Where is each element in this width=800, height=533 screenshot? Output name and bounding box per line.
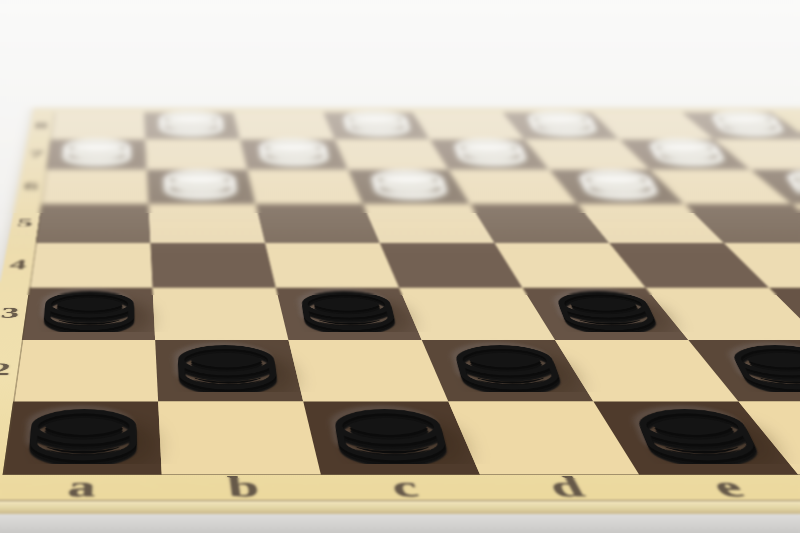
square-g4[interactable] (724, 243, 800, 288)
rank-label-1: 1 (0, 401, 13, 474)
rank-label-7: 7 (22, 139, 51, 169)
square-e3[interactable]: ⛂ (522, 288, 688, 340)
square-f6[interactable]: ⛂ (549, 170, 684, 204)
white-man-e7[interactable]: ⛂ (432, 123, 549, 173)
square-e5[interactable] (470, 204, 609, 243)
white-man-h6[interactable]: ⛂ (754, 153, 800, 208)
black-man-a1[interactable]: ⛂ (3, 379, 162, 480)
board-front-edge (0, 500, 800, 514)
square-d4[interactable] (380, 243, 523, 288)
board-perspective-wrapper: ⛂⛂⛂⛂⛂⛂⛂⛂⛂⛂⛂⛂⛂⛂⛂⛂⛂⛂⛂⛂⛂⛂⛂⛂ abcdefgh 876543… (0, 0, 800, 500)
depth-of-field-blur-mid (0, 213, 800, 295)
black-man-c1[interactable]: ⛂ (305, 379, 479, 480)
black-man-a3[interactable]: ⛂ (22, 268, 155, 345)
rank-label-6: 6 (15, 170, 46, 204)
square-e8[interactable] (413, 112, 525, 139)
square-b3[interactable] (153, 288, 289, 340)
square-a3[interactable]: ⛂ (22, 288, 155, 340)
square-f8[interactable]: ⛂ (503, 112, 620, 139)
square-g5[interactable] (684, 204, 800, 243)
depth-of-field-blur-near-mid (0, 295, 800, 365)
square-a7[interactable]: ⛂ (46, 139, 147, 169)
square-b5[interactable] (148, 204, 265, 243)
square-a1[interactable]: ⛂ (3, 401, 162, 474)
square-d3[interactable] (399, 288, 555, 340)
file-labels-rail: abcdefgh (0, 474, 800, 500)
square-a2[interactable] (13, 340, 158, 401)
rank-label-4: 4 (0, 243, 36, 288)
square-c2[interactable] (288, 340, 448, 401)
square-a5[interactable] (36, 204, 151, 243)
square-h5[interactable] (792, 204, 800, 243)
square-h7[interactable] (714, 139, 800, 169)
black-man-c3[interactable]: ⛂ (277, 268, 421, 345)
square-g6[interactable] (650, 170, 792, 204)
square-c8[interactable] (234, 112, 335, 139)
black-man-b2[interactable]: ⛂ (155, 319, 302, 407)
square-h8[interactable]: ⛂ (682, 112, 800, 139)
file-label-b: b (162, 475, 327, 500)
square-f4[interactable] (609, 243, 769, 288)
square-f2[interactable]: ⛂ (688, 340, 800, 401)
square-d6[interactable]: ⛂ (348, 170, 470, 204)
file-label-c: c (321, 475, 491, 500)
square-e4[interactable] (494, 243, 645, 288)
file-label-a: a (0, 475, 163, 500)
square-b4[interactable] (150, 243, 276, 288)
square-g3[interactable]: ⛂ (769, 288, 800, 340)
square-a6[interactable] (41, 170, 148, 204)
rank-label-5: 5 (8, 204, 42, 243)
square-b2[interactable]: ⛂ (155, 340, 303, 401)
white-man-g7[interactable]: ⛂ (622, 123, 749, 173)
square-b8[interactable]: ⛂ (144, 112, 240, 139)
square-d2[interactable]: ⛂ (422, 340, 594, 401)
square-a4[interactable] (29, 243, 152, 288)
square-d7[interactable] (335, 139, 449, 169)
square-g7[interactable]: ⛂ (619, 139, 750, 169)
square-c1[interactable]: ⛂ (303, 401, 480, 474)
square-e6[interactable] (449, 170, 578, 204)
black-man-g3[interactable]: ⛂ (774, 268, 800, 345)
square-c5[interactable] (256, 204, 380, 243)
white-man-c7[interactable]: ⛂ (241, 123, 348, 173)
square-b6[interactable]: ⛂ (147, 170, 256, 204)
depth-of-field-blur-far (0, 0, 800, 213)
square-d5[interactable] (363, 204, 495, 243)
square-b1[interactable] (158, 401, 321, 474)
distance-haze-overlay (0, 0, 800, 533)
square-e1[interactable]: ⛂ (593, 401, 798, 474)
white-man-a7[interactable]: ⛂ (46, 123, 146, 173)
square-c3[interactable]: ⛂ (276, 288, 422, 340)
table-surface (0, 514, 800, 533)
checkers-board: ⛂⛂⛂⛂⛂⛂⛂⛂⛂⛂⛂⛂⛂⛂⛂⛂⛂⛂⛂⛂⛂⛂⛂⛂ abcdefgh 876543… (0, 108, 800, 500)
square-c6[interactable] (247, 170, 362, 204)
square-h6[interactable]: ⛂ (751, 170, 800, 204)
square-f7[interactable] (525, 139, 650, 169)
black-man-d2[interactable]: ⛂ (424, 319, 592, 407)
white-man-d8[interactable]: ⛂ (324, 97, 429, 143)
rank-label-8: 8 (27, 112, 54, 139)
white-man-h8[interactable]: ⛂ (685, 97, 800, 143)
rank-label-2: 2 (0, 340, 22, 401)
square-c4[interactable] (265, 243, 399, 288)
white-man-f6[interactable]: ⛂ (552, 153, 684, 208)
square-d1[interactable] (448, 401, 639, 474)
square-f3[interactable] (646, 288, 800, 340)
rank-label-3: 3 (0, 288, 29, 340)
file-label-d: d (480, 475, 655, 500)
black-man-e1[interactable]: ⛂ (598, 379, 797, 480)
rank-labels-rail: 87654321 (0, 112, 55, 474)
square-f1[interactable] (739, 401, 800, 474)
black-man-e3[interactable]: ⛂ (526, 268, 688, 345)
square-d8[interactable]: ⛂ (323, 112, 429, 139)
square-e2[interactable] (555, 340, 738, 401)
board-squares-grid: ⛂⛂⛂⛂⛂⛂⛂⛂⛂⛂⛂⛂⛂⛂⛂⛂⛂⛂⛂⛂⛂⛂⛂⛂ (3, 112, 800, 474)
square-a8[interactable] (50, 112, 145, 139)
white-man-b8[interactable]: ⛂ (144, 97, 240, 143)
square-b7[interactable] (145, 139, 247, 169)
photo-scene: ⛂⛂⛂⛂⛂⛂⛂⛂⛂⛂⛂⛂⛂⛂⛂⛂⛂⛂⛂⛂⛂⛂⛂⛂ abcdefgh 876543… (0, 0, 800, 533)
white-man-b6[interactable]: ⛂ (147, 153, 256, 208)
white-man-d6[interactable]: ⛂ (349, 153, 469, 208)
square-c7[interactable]: ⛂ (240, 139, 348, 169)
square-g8[interactable] (592, 112, 714, 139)
square-f5[interactable] (577, 204, 724, 243)
black-man-f2[interactable]: ⛂ (693, 319, 800, 407)
file-label-e: e (639, 475, 800, 500)
square-e7[interactable]: ⛂ (430, 139, 550, 169)
white-man-f8[interactable]: ⛂ (505, 97, 619, 143)
